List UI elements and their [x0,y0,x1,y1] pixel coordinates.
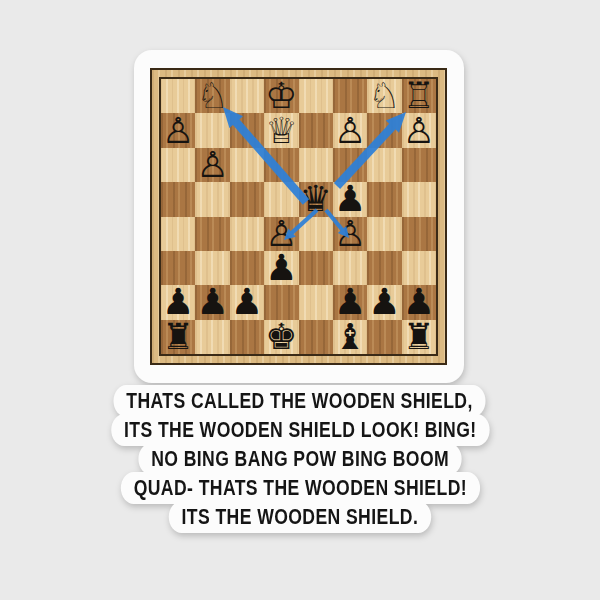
square-g6 [195,251,229,285]
square-g8 [195,320,229,354]
square-c6 [333,251,367,285]
square-e4 [264,182,298,216]
square-a5 [402,217,436,251]
square-e2: ♕ [264,113,298,147]
piece-white-r: ♖ [403,79,435,113]
piece-white-p: ♙ [265,217,297,251]
square-f3 [230,148,264,182]
square-e8: ♚ [264,320,298,354]
square-e1: ♔ [264,79,298,113]
square-e3 [264,148,298,182]
square-b6 [367,251,401,285]
piece-white-p: ♙ [334,114,366,148]
square-a7: ♟ [402,285,436,319]
piece-black-p: ♟ [265,251,297,285]
square-a1: ♖ [402,79,436,113]
caption-line-2: ITS THE WOODEN SHIELD LOOK! BING! [111,414,489,446]
square-h1 [161,79,195,113]
square-c8: ♝ [333,320,367,354]
square-c2: ♙ [333,113,367,147]
square-f1 [230,79,264,113]
square-a2: ♙ [402,113,436,147]
piece-black-p: ♟ [334,285,366,319]
piece-white-p: ♙ [196,148,228,182]
piece-black-r: ♜ [162,320,194,354]
square-c7: ♟ [333,285,367,319]
square-c3 [333,148,367,182]
square-h8: ♜ [161,320,195,354]
square-g1: ♘ [195,79,229,113]
square-e7 [264,285,298,319]
square-h7: ♟ [161,285,195,319]
square-f8 [230,320,264,354]
square-f4 [230,182,264,216]
square-g5 [195,217,229,251]
square-d3 [299,148,333,182]
piece-white-p: ♙ [162,114,194,148]
piece-white-q: ♕ [265,114,297,148]
square-d6 [299,251,333,285]
square-b4 [367,182,401,216]
piece-black-q: ♛ [300,182,332,216]
square-f5 [230,217,264,251]
square-e5: ♙ [264,217,298,251]
chessboard: ♘♔♘♖♙♕♙♙♙♛♟♙♙♟♟♟♟♟♟♟♜♚♝♜ [159,77,438,356]
square-d1 [299,79,333,113]
square-d5 [299,217,333,251]
caption-line-4: QUAD- THATS THE WOODEN SHIELD! [121,472,480,504]
square-b1: ♘ [367,79,401,113]
square-h6 [161,251,195,285]
piece-white-n: ♘ [196,79,228,113]
caption-line-1: THATS CALLED THE WOODEN SHIELD, [114,385,486,417]
square-h5 [161,217,195,251]
square-b7: ♟ [367,285,401,319]
square-a4 [402,182,436,216]
square-g2 [195,113,229,147]
square-a6 [402,251,436,285]
caption-line-3: NO BING BANG POW BING BOOM [138,443,461,475]
square-b8 [367,320,401,354]
square-d2 [299,113,333,147]
piece-black-k: ♚ [265,320,297,354]
square-f6 [230,251,264,285]
square-f2 [230,113,264,147]
piece-black-r: ♜ [403,320,435,354]
square-h2: ♙ [161,113,195,147]
chessboard-frame: ♘♔♘♖♙♕♙♙♙♛♟♙♙♟♟♟♟♟♟♟♜♚♝♜ [150,68,447,365]
piece-black-p: ♟ [334,182,366,216]
square-g3: ♙ [195,148,229,182]
square-b2 [367,113,401,147]
piece-white-p: ♙ [334,217,366,251]
piece-white-p: ♙ [403,114,435,148]
square-c1 [333,79,367,113]
square-b5 [367,217,401,251]
caption-line-5: ITS THE WOODEN SHIELD. [169,501,431,533]
square-d4: ♛ [299,182,333,216]
caption: THATS CALLED THE WOODEN SHIELD, ITS THE … [0,385,600,533]
square-c5: ♙ [333,217,367,251]
square-a3 [402,148,436,182]
piece-white-n: ♘ [368,79,400,113]
square-g4 [195,182,229,216]
piece-white-k: ♔ [265,79,297,113]
piece-black-p: ♟ [403,285,435,319]
piece-black-p: ♟ [162,285,194,319]
piece-black-p: ♟ [231,285,263,319]
square-d8 [299,320,333,354]
square-d7 [299,285,333,319]
piece-black-p: ♟ [368,285,400,319]
square-g7: ♟ [195,285,229,319]
square-h3 [161,148,195,182]
square-c4: ♟ [333,182,367,216]
piece-black-b: ♝ [334,320,366,354]
square-a8: ♜ [402,320,436,354]
sticker-canvas: ♘♔♘♖♙♕♙♙♙♛♟♙♙♟♟♟♟♟♟♟♜♚♝♜ THATS CALLED TH… [0,0,600,600]
sticker: ♘♔♘♖♙♕♙♙♙♛♟♙♙♟♟♟♟♟♟♟♜♚♝♜ THATS CALLED TH… [0,0,600,600]
piece-black-p: ♟ [196,285,228,319]
square-h4 [161,182,195,216]
square-e6: ♟ [264,251,298,285]
square-f7: ♟ [230,285,264,319]
square-b3 [367,148,401,182]
